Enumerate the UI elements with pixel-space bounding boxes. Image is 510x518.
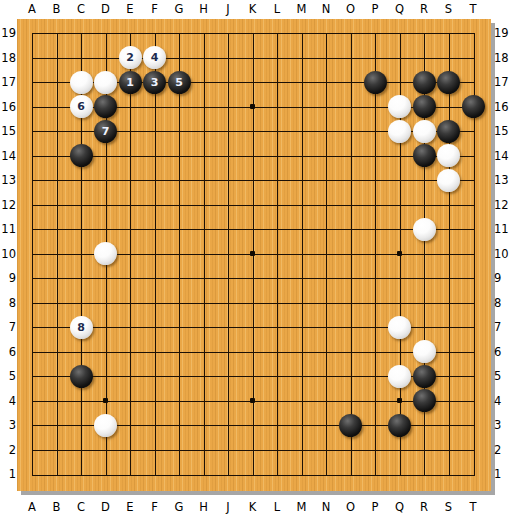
grid-cell xyxy=(205,230,230,255)
grid-cell xyxy=(107,353,132,378)
row-label-right: 6 xyxy=(494,345,510,359)
column-label-bottom: P xyxy=(363,500,387,514)
grid-cell xyxy=(33,181,58,206)
grid-cell xyxy=(205,108,230,133)
column-label-top: M xyxy=(290,2,314,16)
grid-cell xyxy=(278,230,303,255)
grid-cell xyxy=(205,255,230,280)
column-label-bottom: K xyxy=(241,500,265,514)
grid-cell xyxy=(352,451,377,476)
grid-cell xyxy=(327,206,352,231)
grid-cell xyxy=(180,132,205,157)
white-stone-s14 xyxy=(437,144,460,167)
grid-cell xyxy=(327,304,352,329)
grid-cell xyxy=(327,132,352,157)
row-label-left: 7 xyxy=(0,320,16,334)
grid-cell xyxy=(229,279,254,304)
row-label-right: 19 xyxy=(494,26,510,40)
grid-cell xyxy=(33,328,58,353)
grid-cell xyxy=(352,304,377,329)
grid-cell xyxy=(450,206,475,231)
grid-cell xyxy=(278,353,303,378)
grid-cell xyxy=(401,34,426,59)
grid-cell xyxy=(156,206,181,231)
grid-cell xyxy=(180,426,205,451)
row-label-right: 1 xyxy=(494,467,510,481)
grid-cell xyxy=(327,108,352,133)
grid-cell xyxy=(205,59,230,84)
black-stone-r17 xyxy=(413,71,436,94)
grid-cell xyxy=(131,157,156,182)
grid-cell xyxy=(131,230,156,255)
star-point xyxy=(397,398,402,403)
column-label-bottom: S xyxy=(437,500,461,514)
grid-cell xyxy=(205,181,230,206)
grid-cell xyxy=(450,426,475,451)
grid-cell xyxy=(180,34,205,59)
grid-cell xyxy=(180,402,205,427)
grid-cell xyxy=(82,181,107,206)
grid-cell xyxy=(278,132,303,157)
move-number: 4 xyxy=(143,46,166,69)
grid-cell xyxy=(254,108,279,133)
row-label-right: 10 xyxy=(494,247,510,261)
grid-cell xyxy=(131,426,156,451)
grid-cell xyxy=(303,377,328,402)
move-number: 1 xyxy=(119,71,142,94)
column-label-bottom: G xyxy=(167,500,191,514)
white-stone-r15 xyxy=(413,120,436,143)
grid-cell xyxy=(254,83,279,108)
column-label-bottom: C xyxy=(69,500,93,514)
row-label-left: 17 xyxy=(0,75,16,89)
row-label-right: 13 xyxy=(494,173,510,187)
grid-cell xyxy=(352,255,377,280)
grid-cell xyxy=(156,181,181,206)
grid-cell xyxy=(229,426,254,451)
grid-cell xyxy=(278,426,303,451)
grid-cell xyxy=(450,377,475,402)
grid-cell xyxy=(376,206,401,231)
grid-cell xyxy=(254,304,279,329)
column-label-bottom: O xyxy=(339,500,363,514)
grid-cell xyxy=(205,132,230,157)
grid-cell xyxy=(376,157,401,182)
grid-cell xyxy=(131,279,156,304)
column-label-top: O xyxy=(339,2,363,16)
grid-cell xyxy=(180,230,205,255)
grid-cell xyxy=(33,353,58,378)
grid-cell xyxy=(33,279,58,304)
grid-cell xyxy=(303,279,328,304)
grid-cell xyxy=(303,304,328,329)
row-label-right: 5 xyxy=(494,369,510,383)
row-label-right: 11 xyxy=(494,222,510,236)
white-stone-c7: 8 xyxy=(70,316,93,339)
row-label-left: 18 xyxy=(0,51,16,65)
grid-cell xyxy=(229,132,254,157)
column-label-top: B xyxy=(45,2,69,16)
grid-cell xyxy=(278,377,303,402)
grid-cell xyxy=(376,255,401,280)
row-label-right: 12 xyxy=(494,198,510,212)
grid-cell xyxy=(229,108,254,133)
row-label-right: 15 xyxy=(494,124,510,138)
black-stone-c5 xyxy=(70,365,93,388)
grid-cell xyxy=(229,206,254,231)
row-label-left: 15 xyxy=(0,124,16,138)
column-label-bottom: M xyxy=(290,500,314,514)
black-stone-q3 xyxy=(388,414,411,437)
grid-cell xyxy=(254,328,279,353)
grid-cell xyxy=(278,83,303,108)
go-diagram-page: 24135678 AABBCCDDEEFFGGHHJJKKLLMMNNOOPPQ… xyxy=(0,0,510,518)
white-stone-q5 xyxy=(388,365,411,388)
grid-cell xyxy=(131,402,156,427)
star-point xyxy=(250,104,255,109)
column-label-top: R xyxy=(412,2,436,16)
grid-cell xyxy=(352,206,377,231)
grid-cell xyxy=(327,279,352,304)
grid-cell xyxy=(327,181,352,206)
grid-cell xyxy=(254,353,279,378)
grid-cell xyxy=(425,279,450,304)
grid-cell xyxy=(303,328,328,353)
grid-cell xyxy=(156,353,181,378)
column-label-top: T xyxy=(461,2,485,16)
white-stone-q7 xyxy=(388,316,411,339)
grid-cell xyxy=(450,34,475,59)
grid-cell xyxy=(425,34,450,59)
grid-cell xyxy=(82,451,107,476)
grid-cell xyxy=(229,328,254,353)
grid-cell xyxy=(303,353,328,378)
row-label-left: 1 xyxy=(0,467,16,481)
grid-cell xyxy=(33,402,58,427)
grid-cell xyxy=(278,255,303,280)
grid-cell xyxy=(327,451,352,476)
row-label-left: 19 xyxy=(0,26,16,40)
grid-cell xyxy=(156,426,181,451)
grid-cell xyxy=(229,59,254,84)
black-stone-s15 xyxy=(437,120,460,143)
column-label-top: F xyxy=(143,2,167,16)
white-stone-d10 xyxy=(94,242,117,265)
grid-cell xyxy=(352,132,377,157)
row-label-right: 14 xyxy=(494,149,510,163)
grid-cell xyxy=(303,59,328,84)
grid-cell xyxy=(352,108,377,133)
grid-cell xyxy=(254,59,279,84)
grid-cell xyxy=(401,451,426,476)
column-label-bottom: E xyxy=(118,500,142,514)
move-number: 3 xyxy=(143,71,166,94)
move-number: 7 xyxy=(94,120,117,143)
grid-cell xyxy=(107,157,132,182)
grid-cell xyxy=(352,328,377,353)
grid-cell xyxy=(303,108,328,133)
grid-cell xyxy=(278,206,303,231)
grid-cell xyxy=(376,34,401,59)
black-stone-r14 xyxy=(413,144,436,167)
grid-cell xyxy=(254,181,279,206)
grid-cell xyxy=(229,451,254,476)
white-stone-c17 xyxy=(70,71,93,94)
grid-cell xyxy=(156,377,181,402)
row-label-left: 6 xyxy=(0,345,16,359)
grid-cell xyxy=(303,451,328,476)
grid-cell xyxy=(254,132,279,157)
white-stone-c16: 6 xyxy=(70,95,93,118)
grid-cell xyxy=(180,157,205,182)
grid-cell xyxy=(58,206,83,231)
grid-cell xyxy=(82,206,107,231)
white-stone-d3 xyxy=(94,414,117,437)
grid-cell xyxy=(131,451,156,476)
grid-cell xyxy=(180,279,205,304)
column-label-bottom: F xyxy=(143,500,167,514)
row-label-right: 3 xyxy=(494,418,510,432)
row-label-left: 4 xyxy=(0,394,16,408)
row-label-right: 16 xyxy=(494,100,510,114)
grid-cell xyxy=(450,451,475,476)
grid-cell xyxy=(33,377,58,402)
grid-cell xyxy=(205,328,230,353)
row-label-left: 12 xyxy=(0,198,16,212)
grid-cell xyxy=(376,451,401,476)
grid-cell xyxy=(254,451,279,476)
column-label-bottom: R xyxy=(412,500,436,514)
grid-cell xyxy=(33,451,58,476)
grid-cell xyxy=(33,59,58,84)
grid-cell xyxy=(278,181,303,206)
grid-cell xyxy=(327,328,352,353)
grid-cell xyxy=(229,34,254,59)
grid-cell xyxy=(327,255,352,280)
grid-cell xyxy=(205,206,230,231)
grid-cell xyxy=(33,426,58,451)
grid-cell xyxy=(278,402,303,427)
black-stone-p17 xyxy=(364,71,387,94)
grid-cell xyxy=(425,255,450,280)
black-stone-e17: 1 xyxy=(119,71,142,94)
grid-cell xyxy=(303,255,328,280)
star-point xyxy=(250,398,255,403)
grid-cell xyxy=(180,304,205,329)
grid-cell xyxy=(327,230,352,255)
row-label-right: 18 xyxy=(494,51,510,65)
grid-cell xyxy=(58,34,83,59)
grid-cell xyxy=(401,255,426,280)
grid-cell xyxy=(278,157,303,182)
row-label-left: 10 xyxy=(0,247,16,261)
black-stone-r5 xyxy=(413,365,436,388)
grid-cell xyxy=(425,426,450,451)
grid-cell xyxy=(180,377,205,402)
grid-cell xyxy=(131,353,156,378)
grid-cell xyxy=(327,83,352,108)
black-stone-s17 xyxy=(437,71,460,94)
grid-cell xyxy=(401,181,426,206)
grid-cell xyxy=(33,255,58,280)
grid-cell xyxy=(327,34,352,59)
grid-cell xyxy=(303,34,328,59)
grid-cell xyxy=(303,132,328,157)
grid-cell xyxy=(33,132,58,157)
grid-cell xyxy=(33,206,58,231)
white-stone-e18: 2 xyxy=(119,46,142,69)
grid-cell xyxy=(254,377,279,402)
column-label-top: D xyxy=(94,2,118,16)
grid-cell xyxy=(254,206,279,231)
grid-cell xyxy=(278,59,303,84)
black-stone-f17: 3 xyxy=(143,71,166,94)
grid-cell xyxy=(131,181,156,206)
grid-cell xyxy=(131,206,156,231)
black-stone-d16 xyxy=(94,95,117,118)
move-number: 8 xyxy=(70,316,93,339)
grid-cell xyxy=(33,34,58,59)
grid-cell xyxy=(58,451,83,476)
white-stone-r11 xyxy=(413,218,436,241)
row-label-right: 2 xyxy=(494,443,510,457)
white-stone-d17 xyxy=(94,71,117,94)
black-stone-g17: 5 xyxy=(168,71,191,94)
grid-cell xyxy=(107,451,132,476)
grid-cell xyxy=(450,402,475,427)
grid-cell xyxy=(107,181,132,206)
grid-cell xyxy=(303,402,328,427)
move-number: 2 xyxy=(119,46,142,69)
grid-cell xyxy=(303,157,328,182)
grid-cell xyxy=(450,279,475,304)
row-label-right: 4 xyxy=(494,394,510,408)
grid-cell xyxy=(58,426,83,451)
column-label-bottom: N xyxy=(314,500,338,514)
row-label-left: 14 xyxy=(0,149,16,163)
grid-cell xyxy=(33,108,58,133)
grid-cell xyxy=(131,304,156,329)
grid-cell xyxy=(33,83,58,108)
grid-cell xyxy=(278,451,303,476)
grid-cell xyxy=(254,426,279,451)
grid-cell xyxy=(205,402,230,427)
star-point xyxy=(397,251,402,256)
grid-cell xyxy=(180,206,205,231)
grid-cell xyxy=(156,402,181,427)
column-label-bottom: H xyxy=(192,500,216,514)
grid-cell xyxy=(180,255,205,280)
star-point xyxy=(250,251,255,256)
grid-cell xyxy=(352,377,377,402)
grid-cell xyxy=(180,181,205,206)
grid-cell xyxy=(376,279,401,304)
grid-cell xyxy=(254,402,279,427)
grid-cell xyxy=(205,304,230,329)
grid-cell xyxy=(450,328,475,353)
column-label-top: Q xyxy=(388,2,412,16)
grid-cell xyxy=(107,328,132,353)
grid-cell xyxy=(352,181,377,206)
grid-cell xyxy=(229,353,254,378)
column-label-top: H xyxy=(192,2,216,16)
grid-cell xyxy=(131,377,156,402)
grid-cell xyxy=(254,279,279,304)
row-label-left: 2 xyxy=(0,443,16,457)
grid-cell xyxy=(82,279,107,304)
column-label-top: N xyxy=(314,2,338,16)
column-label-top: A xyxy=(20,2,44,16)
grid-cell xyxy=(33,304,58,329)
grid-cell xyxy=(352,279,377,304)
grid-cell xyxy=(205,451,230,476)
star-point xyxy=(103,398,108,403)
grid-cell xyxy=(327,377,352,402)
row-label-right: 17 xyxy=(494,75,510,89)
black-stone-t16 xyxy=(462,95,485,118)
row-label-left: 3 xyxy=(0,418,16,432)
move-number: 6 xyxy=(70,95,93,118)
grid-cell xyxy=(205,34,230,59)
grid-cell xyxy=(229,402,254,427)
grid-cell xyxy=(107,206,132,231)
grid-cell xyxy=(376,181,401,206)
row-label-left: 8 xyxy=(0,296,16,310)
grid-cell xyxy=(229,304,254,329)
row-label-left: 11 xyxy=(0,222,16,236)
grid-cell xyxy=(205,279,230,304)
black-stone-r16 xyxy=(413,95,436,118)
grid-cell xyxy=(58,181,83,206)
row-label-right: 9 xyxy=(494,271,510,285)
grid-cell xyxy=(352,353,377,378)
black-stone-c14 xyxy=(70,144,93,167)
column-label-top: S xyxy=(437,2,461,16)
row-label-right: 7 xyxy=(494,320,510,334)
move-number: 5 xyxy=(168,71,191,94)
column-label-top: L xyxy=(265,2,289,16)
grid-cell xyxy=(82,34,107,59)
grid-cell xyxy=(450,230,475,255)
go-board: 24135678 xyxy=(17,19,491,491)
grid-cell xyxy=(254,157,279,182)
grid-cell xyxy=(156,157,181,182)
grid-cell xyxy=(156,451,181,476)
white-stone-s13 xyxy=(437,169,460,192)
column-label-top: G xyxy=(167,2,191,16)
column-label-bottom: L xyxy=(265,500,289,514)
grid-cell xyxy=(352,230,377,255)
grid-cell xyxy=(278,279,303,304)
grid-cell xyxy=(58,279,83,304)
grid-cell xyxy=(180,451,205,476)
grid-cell xyxy=(131,108,156,133)
column-label-bottom: B xyxy=(45,500,69,514)
white-stone-q16 xyxy=(388,95,411,118)
grid-cell xyxy=(205,426,230,451)
column-label-top: J xyxy=(216,2,240,16)
grid-cell xyxy=(205,353,230,378)
white-stone-q15 xyxy=(388,120,411,143)
grid-cell xyxy=(425,304,450,329)
grid-cell xyxy=(205,83,230,108)
black-stone-d15: 7 xyxy=(94,120,117,143)
column-label-top: E xyxy=(118,2,142,16)
grid-cell xyxy=(107,279,132,304)
column-label-bottom: A xyxy=(20,500,44,514)
grid-cell xyxy=(401,279,426,304)
grid-cell xyxy=(156,230,181,255)
